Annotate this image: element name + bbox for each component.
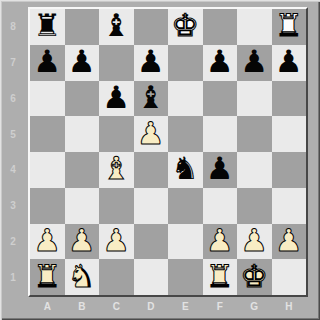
rank-label-4: 4 xyxy=(0,152,26,188)
square-h8[interactable]: ♜ xyxy=(272,9,307,45)
file-label-d: D xyxy=(134,298,169,314)
square-f2[interactable]: ♟ xyxy=(203,224,238,260)
square-b7[interactable]: ♟ xyxy=(65,45,100,81)
square-f8[interactable] xyxy=(203,9,238,45)
white-bishop[interactable]: ♝ xyxy=(102,153,130,184)
square-c8[interactable]: ♝ xyxy=(99,9,134,45)
black-knight[interactable]: ♞ xyxy=(171,153,199,184)
black-bishop[interactable]: ♝ xyxy=(137,82,165,113)
square-a7[interactable]: ♟ xyxy=(30,45,65,81)
file-label-e: E xyxy=(168,298,203,314)
white-pawn[interactable]: ♟ xyxy=(102,225,130,256)
square-h4[interactable] xyxy=(272,152,307,188)
square-b2[interactable]: ♟ xyxy=(65,224,100,260)
square-a4[interactable] xyxy=(30,152,65,188)
square-h5[interactable] xyxy=(272,116,307,152)
square-g2[interactable]: ♟ xyxy=(237,224,272,260)
rank-labels: 87654321 xyxy=(0,9,26,295)
black-rook[interactable]: ♜ xyxy=(33,10,61,41)
square-c5[interactable] xyxy=(99,116,134,152)
square-c2[interactable]: ♟ xyxy=(99,224,134,260)
square-d6[interactable]: ♝ xyxy=(134,81,169,117)
white-rook[interactable]: ♜ xyxy=(206,261,234,292)
square-f7[interactable]: ♟ xyxy=(203,45,238,81)
square-h2[interactable]: ♟ xyxy=(272,224,307,260)
black-pawn[interactable]: ♟ xyxy=(240,46,268,77)
square-e8[interactable]: ♚ xyxy=(168,9,203,45)
rank-label-6: 6 xyxy=(0,81,26,117)
square-d3[interactable] xyxy=(134,188,169,224)
black-king[interactable]: ♚ xyxy=(171,10,199,41)
square-e7[interactable] xyxy=(168,45,203,81)
square-a5[interactable] xyxy=(30,116,65,152)
square-h3[interactable] xyxy=(272,188,307,224)
rank-label-2: 2 xyxy=(0,224,26,260)
square-e2[interactable] xyxy=(168,224,203,260)
square-f6[interactable] xyxy=(203,81,238,117)
square-d8[interactable] xyxy=(134,9,169,45)
black-pawn[interactable]: ♟ xyxy=(137,46,165,77)
white-rook[interactable]: ♜ xyxy=(33,261,61,292)
square-d7[interactable]: ♟ xyxy=(134,45,169,81)
white-pawn[interactable]: ♟ xyxy=(68,225,96,256)
rank-label-7: 7 xyxy=(0,45,26,81)
square-g1[interactable]: ♚ xyxy=(237,259,272,295)
square-f1[interactable]: ♜ xyxy=(203,259,238,295)
square-a1[interactable]: ♜ xyxy=(30,259,65,295)
square-g5[interactable] xyxy=(237,116,272,152)
square-b3[interactable] xyxy=(65,188,100,224)
black-pawn[interactable]: ♟ xyxy=(275,46,303,77)
square-b6[interactable] xyxy=(65,81,100,117)
white-pawn[interactable]: ♟ xyxy=(240,225,268,256)
square-a6[interactable] xyxy=(30,81,65,117)
square-b8[interactable] xyxy=(65,9,100,45)
square-f3[interactable] xyxy=(203,188,238,224)
square-b1[interactable]: ♞ xyxy=(65,259,100,295)
square-d1[interactable] xyxy=(134,259,169,295)
black-pawn[interactable]: ♟ xyxy=(206,153,234,184)
file-labels: ABCDEFGH xyxy=(30,298,306,314)
black-pawn[interactable]: ♟ xyxy=(68,46,96,77)
square-g6[interactable] xyxy=(237,81,272,117)
white-pawn[interactable]: ♟ xyxy=(33,225,61,256)
rank-label-3: 3 xyxy=(0,188,26,224)
square-e4[interactable]: ♞ xyxy=(168,152,203,188)
black-rook[interactable]: ♜ xyxy=(275,10,303,41)
white-pawn[interactable]: ♟ xyxy=(275,225,303,256)
square-a2[interactable]: ♟ xyxy=(30,224,65,260)
square-g4[interactable] xyxy=(237,152,272,188)
white-pawn[interactable]: ♟ xyxy=(137,118,165,149)
square-d2[interactable] xyxy=(134,224,169,260)
file-label-c: C xyxy=(99,298,134,314)
file-label-b: B xyxy=(65,298,100,314)
square-e6[interactable] xyxy=(168,81,203,117)
square-g8[interactable] xyxy=(237,9,272,45)
file-label-g: G xyxy=(237,298,272,314)
black-bishop[interactable]: ♝ xyxy=(102,10,130,41)
square-f5[interactable] xyxy=(203,116,238,152)
square-a8[interactable]: ♜ xyxy=(30,9,65,45)
square-b5[interactable] xyxy=(65,116,100,152)
file-label-h: H xyxy=(272,298,307,314)
chess-diagram-frame: 87654321 ♜♝♚♜♟♟♟♟♟♟♟♝♟♝♞♟♟♟♟♟♟♟♜♞♜♚ ABCD… xyxy=(0,0,320,320)
rank-label-1: 1 xyxy=(0,259,26,295)
white-knight[interactable]: ♞ xyxy=(68,261,96,292)
square-d4[interactable] xyxy=(134,152,169,188)
square-d5[interactable]: ♟ xyxy=(134,116,169,152)
square-c7[interactable] xyxy=(99,45,134,81)
square-f4[interactable]: ♟ xyxy=(203,152,238,188)
square-c4[interactable]: ♝ xyxy=(99,152,134,188)
rank-label-5: 5 xyxy=(0,116,26,152)
square-c6[interactable]: ♟ xyxy=(99,81,134,117)
white-pawn[interactable]: ♟ xyxy=(206,225,234,256)
square-e3[interactable] xyxy=(168,188,203,224)
file-label-a: A xyxy=(30,298,65,314)
rank-label-8: 8 xyxy=(0,9,26,45)
white-king[interactable]: ♚ xyxy=(240,261,268,292)
square-c1[interactable] xyxy=(99,259,134,295)
square-e5[interactable] xyxy=(168,116,203,152)
file-label-f: F xyxy=(203,298,238,314)
square-h6[interactable] xyxy=(272,81,307,117)
square-c3[interactable] xyxy=(99,188,134,224)
black-pawn[interactable]: ♟ xyxy=(102,82,130,113)
square-e1[interactable] xyxy=(168,259,203,295)
black-pawn[interactable]: ♟ xyxy=(206,46,234,77)
square-b4[interactable] xyxy=(65,152,100,188)
square-a3[interactable] xyxy=(30,188,65,224)
chess-board: ♜♝♚♜♟♟♟♟♟♟♟♝♟♝♞♟♟♟♟♟♟♟♜♞♜♚ xyxy=(28,7,308,297)
black-pawn[interactable]: ♟ xyxy=(33,46,61,77)
square-g7[interactable]: ♟ xyxy=(237,45,272,81)
square-g3[interactable] xyxy=(237,188,272,224)
square-h1[interactable] xyxy=(272,259,307,295)
square-h7[interactable]: ♟ xyxy=(272,45,307,81)
